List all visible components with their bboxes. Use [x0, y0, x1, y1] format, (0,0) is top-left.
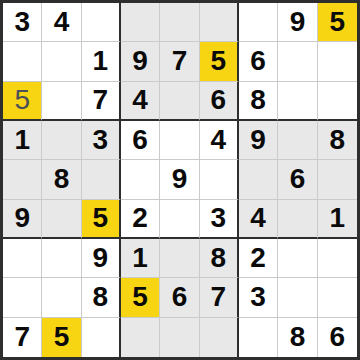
cell-r6c7[interactable]: 4 — [239, 200, 278, 239]
cell-r3c8[interactable] — [278, 82, 317, 121]
cell-r8c5[interactable]: 6 — [160, 278, 199, 317]
cell-r4c8[interactable] — [278, 121, 317, 160]
cell-r9c7[interactable] — [239, 318, 278, 357]
cell-r9c3[interactable] — [82, 318, 121, 357]
cell-r1c3[interactable] — [82, 3, 121, 42]
cell-r9c2[interactable]: 5 — [42, 318, 81, 357]
cell-r6c8[interactable] — [278, 200, 317, 239]
cell-r8c4[interactable]: 5 — [121, 278, 160, 317]
cell-r2c3[interactable]: 1 — [82, 42, 121, 81]
cell-r3c9[interactable] — [318, 82, 357, 121]
cell-r7c7[interactable]: 2 — [239, 239, 278, 278]
cell-r5c7[interactable] — [239, 160, 278, 199]
cell-r7c3[interactable]: 9 — [82, 239, 121, 278]
cell-r4c9[interactable]: 8 — [318, 121, 357, 160]
cell-r9c5[interactable] — [160, 318, 199, 357]
cell-r3c1[interactable]: 5 — [3, 82, 42, 121]
cell-r7c4[interactable]: 1 — [121, 239, 160, 278]
cell-r3c2[interactable] — [42, 82, 81, 121]
cell-r1c2[interactable]: 4 — [42, 3, 81, 42]
cell-r2c5[interactable]: 7 — [160, 42, 199, 81]
cell-r1c8[interactable]: 9 — [278, 3, 317, 42]
cell-r5c5[interactable]: 9 — [160, 160, 199, 199]
cell-r8c3[interactable]: 8 — [82, 278, 121, 317]
cell-r7c6[interactable]: 8 — [200, 239, 239, 278]
cell-r9c8[interactable]: 8 — [278, 318, 317, 357]
cell-r3c6[interactable]: 6 — [200, 82, 239, 121]
cell-r4c1[interactable]: 1 — [3, 121, 42, 160]
cell-r9c9[interactable]: 6 — [318, 318, 357, 357]
cell-r5c3[interactable] — [82, 160, 121, 199]
cell-r3c7[interactable]: 8 — [239, 82, 278, 121]
cell-r7c1[interactable] — [3, 239, 42, 278]
cell-r3c5[interactable] — [160, 82, 199, 121]
cell-r1c7[interactable] — [239, 3, 278, 42]
cell-r1c9[interactable]: 5 — [318, 3, 357, 42]
cell-r8c8[interactable] — [278, 278, 317, 317]
cell-r2c1[interactable] — [3, 42, 42, 81]
cell-r2c4[interactable]: 9 — [121, 42, 160, 81]
cell-r4c2[interactable] — [42, 121, 81, 160]
cell-r3c3[interactable]: 7 — [82, 82, 121, 121]
cell-r4c6[interactable]: 4 — [200, 121, 239, 160]
cell-r1c1[interactable]: 3 — [3, 3, 42, 42]
cell-r1c6[interactable] — [200, 3, 239, 42]
cell-r2c8[interactable] — [278, 42, 317, 81]
cell-r4c7[interactable]: 9 — [239, 121, 278, 160]
cell-r5c9[interactable] — [318, 160, 357, 199]
cell-r6c6[interactable]: 3 — [200, 200, 239, 239]
cell-r7c2[interactable] — [42, 239, 81, 278]
cell-r6c9[interactable]: 1 — [318, 200, 357, 239]
sudoku-board: 3495197565746813649889695234191828567375… — [0, 0, 360, 360]
cell-r1c4[interactable] — [121, 3, 160, 42]
cell-r2c7[interactable]: 6 — [239, 42, 278, 81]
cell-r5c2[interactable]: 8 — [42, 160, 81, 199]
cell-r2c6[interactable]: 5 — [200, 42, 239, 81]
cell-r6c5[interactable] — [160, 200, 199, 239]
cell-r8c6[interactable]: 7 — [200, 278, 239, 317]
cell-r5c6[interactable] — [200, 160, 239, 199]
cell-r2c2[interactable] — [42, 42, 81, 81]
cell-r7c9[interactable] — [318, 239, 357, 278]
cell-r5c4[interactable] — [121, 160, 160, 199]
cell-r6c2[interactable] — [42, 200, 81, 239]
cell-r4c5[interactable] — [160, 121, 199, 160]
cell-r9c4[interactable] — [121, 318, 160, 357]
cell-r6c3[interactable]: 5 — [82, 200, 121, 239]
cell-r7c5[interactable] — [160, 239, 199, 278]
cell-r1c5[interactable] — [160, 3, 199, 42]
cell-r2c9[interactable] — [318, 42, 357, 81]
cell-r5c8[interactable]: 6 — [278, 160, 317, 199]
cell-r7c8[interactable] — [278, 239, 317, 278]
cell-r6c4[interactable]: 2 — [121, 200, 160, 239]
cell-r9c6[interactable] — [200, 318, 239, 357]
cell-r8c1[interactable] — [3, 278, 42, 317]
cell-r8c9[interactable] — [318, 278, 357, 317]
cell-r4c4[interactable]: 6 — [121, 121, 160, 160]
cell-r6c1[interactable]: 9 — [3, 200, 42, 239]
cell-r8c7[interactable]: 3 — [239, 278, 278, 317]
cell-r3c4[interactable]: 4 — [121, 82, 160, 121]
cell-r4c3[interactable]: 3 — [82, 121, 121, 160]
cell-r9c1[interactable]: 7 — [3, 318, 42, 357]
cell-r5c1[interactable] — [3, 160, 42, 199]
cell-r8c2[interactable] — [42, 278, 81, 317]
